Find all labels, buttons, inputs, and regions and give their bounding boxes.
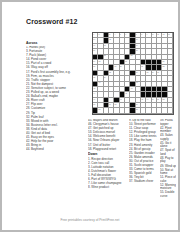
cell-number: 1 xyxy=(93,33,94,35)
cell-number: 20 xyxy=(93,49,95,51)
cell-number: 14 xyxy=(93,38,95,40)
cell-number: 46 xyxy=(93,98,95,100)
cell-number: 28 xyxy=(93,65,95,67)
puzzle-page: Crossword #12 Across 1. Hands (out)3. Fo… xyxy=(0,0,180,232)
cell-number: 31 xyxy=(141,65,143,67)
cell-number: 5 xyxy=(120,33,121,35)
cell-number: 52 xyxy=(162,98,164,100)
cell-number: 23 xyxy=(130,54,132,56)
cell-number: 26 xyxy=(125,60,127,62)
cell-number: 7 xyxy=(136,33,137,35)
cell-number: 16 xyxy=(136,38,138,40)
cell-number: 47 xyxy=(120,98,122,100)
cell-number: 30 xyxy=(120,65,122,67)
cell-number: 12 xyxy=(162,33,164,35)
cell-number: 56 xyxy=(136,103,138,105)
clue: 55. Double curve xyxy=(160,191,176,198)
cell-number: 4 xyxy=(115,33,116,35)
across-header: Across xyxy=(26,41,38,45)
cell-number: 51 xyxy=(157,98,159,100)
cell-number: 22 xyxy=(104,54,106,56)
cell-number: 32 xyxy=(162,65,164,67)
clue-column-2: 45. Majors and Marvin46. Clergyman's hou… xyxy=(88,119,125,211)
clue: 58. Playground retort xyxy=(88,148,125,152)
cell-number: 15 xyxy=(109,38,111,40)
cell-number: 3 xyxy=(109,33,110,35)
clue: 44. Boyfriend xyxy=(26,148,80,152)
cell-number: 11 xyxy=(157,33,159,35)
page-title: Crossword #12 xyxy=(26,18,78,25)
clue: 37. Stadium cheer xyxy=(129,180,157,184)
down-clue-column-4: 39. Pasta topper42. Fleet member43. Salo… xyxy=(160,119,176,211)
cell-number: 10 xyxy=(152,33,154,35)
cell-number: 41 xyxy=(136,81,138,83)
cell-number: 8 xyxy=(141,33,142,35)
cell-number: 27 xyxy=(162,60,164,62)
cell-number: 17 xyxy=(93,44,95,46)
clue: 48. Pay to play xyxy=(160,157,176,164)
cell-number: 21 xyxy=(136,49,138,51)
footer-credit: Free printables courtesy of PrintItFree.… xyxy=(2,218,178,222)
cell-number: 33 xyxy=(109,71,111,73)
cell-number: 29 xyxy=(115,65,117,67)
cell-number: 50 xyxy=(152,98,154,100)
cell-number: 13 xyxy=(168,33,170,35)
clue: 39. Pasta topper xyxy=(160,119,176,126)
across-clue-column-1: 1. Hands (out)3. Fortunate7. Pack (down)… xyxy=(26,46,80,210)
cell-number: 55 xyxy=(115,103,117,105)
grid-cell[interactable] xyxy=(168,108,173,113)
cell-number: 25 xyxy=(99,60,101,62)
cell-number: 45 xyxy=(125,92,127,94)
across-clues-continued: 45. Majors and Marvin46. Clergyman's hou… xyxy=(88,119,125,151)
cell-number: 40 xyxy=(99,81,101,83)
cell-number: 53 xyxy=(93,103,95,105)
cell-number: 2 xyxy=(99,33,100,35)
clue: 8. Wine product xyxy=(88,186,125,190)
cell-number: 42 xyxy=(93,87,95,89)
cell-number: 49 xyxy=(146,98,148,100)
cell-number: 35 xyxy=(146,71,148,73)
cell-number: 58 xyxy=(136,108,138,110)
cell-number: 34 xyxy=(136,71,138,73)
down-clue-column-3: 9. Up to the task10. Street performer11.… xyxy=(129,119,157,211)
cell-number: 24 xyxy=(93,60,95,62)
cell-number: 19 xyxy=(136,44,138,46)
cell-number: 39 xyxy=(104,76,106,78)
cell-number: 48 xyxy=(141,98,143,100)
cell-number: 54 xyxy=(109,103,111,105)
cell-number: 36 xyxy=(152,71,154,73)
crossword-grid: 1234567891011121314151617181920212223242… xyxy=(92,32,174,115)
cell-number: 6 xyxy=(125,33,126,35)
down-clues-start: 1. Recipe direction2. Coin toss call3. L… xyxy=(88,158,125,190)
cell-number: 38 xyxy=(93,76,95,78)
cell-number: 43 xyxy=(130,87,132,89)
cell-number: 37 xyxy=(157,71,159,73)
cell-number: 57 xyxy=(99,108,101,110)
cell-number: 44 xyxy=(93,92,95,94)
cell-number: 9 xyxy=(146,33,147,35)
cell-number: 18 xyxy=(104,44,106,46)
